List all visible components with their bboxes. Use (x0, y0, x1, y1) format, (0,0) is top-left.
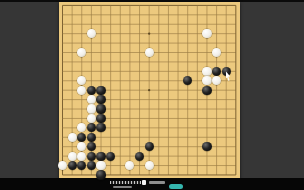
stone-white (145, 48, 154, 57)
stone-white (68, 133, 77, 142)
go-board[interactable] (59, 2, 240, 179)
stone-white (77, 152, 86, 161)
stone-black (96, 114, 105, 123)
stone-black (212, 67, 221, 76)
stone-black (87, 161, 96, 170)
timeline-ticks[interactable] (110, 181, 141, 184)
stone-black (96, 152, 105, 161)
stage-background (0, 2, 304, 178)
stone-black (145, 142, 154, 151)
stone-white (202, 67, 211, 76)
time-display (149, 181, 165, 184)
stone-black (96, 170, 105, 179)
stone-black (96, 86, 105, 95)
stone-black (96, 95, 105, 104)
stone-black (87, 152, 96, 161)
stone-white (96, 161, 105, 170)
caption-text (113, 186, 132, 189)
star-point (148, 89, 150, 91)
scrubber-handle[interactable] (142, 180, 147, 184)
stone-black (96, 104, 105, 113)
stone-black (202, 142, 211, 151)
stone-black (202, 86, 211, 95)
stone-black (87, 133, 96, 142)
stone-black (135, 152, 144, 161)
stone-white (87, 104, 96, 113)
star-point (148, 33, 150, 35)
action-button[interactable] (169, 184, 183, 189)
stone-white (68, 152, 77, 161)
stone-black (68, 161, 77, 170)
video-frame (0, 0, 304, 190)
stone-white (87, 114, 96, 123)
stone-white (202, 76, 211, 85)
stone-black (106, 152, 115, 161)
player-bottom-bar (0, 178, 304, 190)
stone-black (96, 123, 105, 132)
stone-white (202, 29, 211, 38)
stone-black (87, 86, 96, 95)
stone-white (145, 161, 154, 170)
stone-white (77, 86, 86, 95)
